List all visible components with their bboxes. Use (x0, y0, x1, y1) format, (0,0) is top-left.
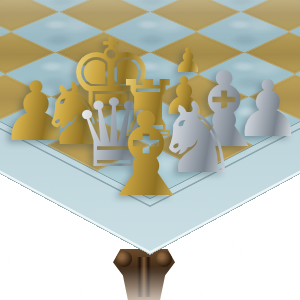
pieces-layer: ♟♚♟♟♜♟♞♝♛♞♝ (0, 0, 300, 300)
chess-set-photo: ♟♚♟♟♜♟♞♝♛♞♝ (0, 0, 300, 300)
gold-bishop-a1[interactable]: ♝ (94, 103, 198, 207)
